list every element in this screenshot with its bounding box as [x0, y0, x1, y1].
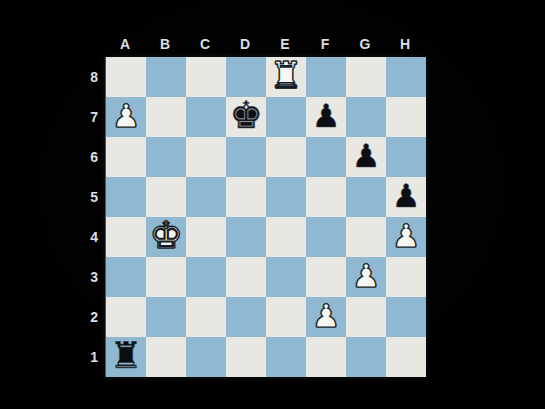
rank-label-2: 2 — [76, 297, 100, 337]
square-a2 — [106, 297, 146, 337]
square-d8 — [226, 57, 266, 97]
square-e7 — [266, 97, 306, 137]
square-f8 — [306, 57, 346, 97]
square-g3: ♟ — [346, 257, 386, 297]
square-g4 — [346, 217, 386, 257]
chess-board: ♜♟♚♟♟♟♚♟♟♟♜ — [105, 57, 426, 377]
rank-label-5: 5 — [76, 177, 100, 217]
square-c7 — [186, 97, 226, 137]
square-a4 — [106, 217, 146, 257]
square-c5 — [186, 177, 226, 217]
piece-white-pawn: ♟ — [352, 256, 381, 296]
square-b7 — [146, 97, 186, 137]
square-e2 — [266, 297, 306, 337]
square-d2 — [226, 297, 266, 337]
square-b8 — [146, 57, 186, 97]
rank-label-7: 7 — [76, 97, 100, 137]
piece-white-king: ♚ — [149, 216, 182, 256]
piece-white-pawn: ♟ — [312, 296, 341, 336]
piece-white-pawn: ♟ — [392, 216, 421, 256]
square-f2: ♟ — [306, 297, 346, 337]
square-c3 — [186, 257, 226, 297]
square-c8 — [186, 57, 226, 97]
file-label-e: E — [265, 34, 305, 54]
file-label-a: A — [105, 34, 145, 54]
square-d1 — [226, 337, 266, 377]
square-e4 — [266, 217, 306, 257]
square-h6 — [386, 137, 426, 177]
square-f3 — [306, 257, 346, 297]
rank-label-3: 3 — [76, 257, 100, 297]
piece-white-pawn: ♟ — [112, 96, 141, 136]
piece-black-rook: ♜ — [109, 336, 142, 376]
square-b6 — [146, 137, 186, 177]
file-label-f: F — [305, 34, 345, 54]
square-f4 — [306, 217, 346, 257]
square-g1 — [346, 337, 386, 377]
square-d4 — [226, 217, 266, 257]
file-label-h: H — [385, 34, 425, 54]
square-a5 — [106, 177, 146, 217]
rank-label-4: 4 — [76, 217, 100, 257]
square-g6: ♟ — [346, 137, 386, 177]
square-h2 — [386, 297, 426, 337]
square-a6 — [106, 137, 146, 177]
square-g7 — [346, 97, 386, 137]
piece-black-king: ♚ — [229, 96, 262, 136]
square-c6 — [186, 137, 226, 177]
square-a7: ♟ — [106, 97, 146, 137]
square-a8 — [106, 57, 146, 97]
square-e5 — [266, 177, 306, 217]
square-g8 — [346, 57, 386, 97]
square-c1 — [186, 337, 226, 377]
square-c4 — [186, 217, 226, 257]
square-a1: ♜ — [106, 337, 146, 377]
square-f1 — [306, 337, 346, 377]
square-f7: ♟ — [306, 97, 346, 137]
square-d6 — [226, 137, 266, 177]
square-b4: ♚ — [146, 217, 186, 257]
rank-label-6: 6 — [76, 137, 100, 177]
rank-label-1: 1 — [76, 337, 100, 377]
square-f5 — [306, 177, 346, 217]
square-b5 — [146, 177, 186, 217]
file-label-c: C — [185, 34, 225, 54]
square-b2 — [146, 297, 186, 337]
square-a3 — [106, 257, 146, 297]
square-d7: ♚ — [226, 97, 266, 137]
piece-black-pawn: ♟ — [312, 96, 341, 136]
square-h8 — [386, 57, 426, 97]
square-b3 — [146, 257, 186, 297]
square-h4: ♟ — [386, 217, 426, 257]
square-h1 — [386, 337, 426, 377]
video-frame: ABCDEFGH 87654321 ♜♟♚♟♟♟♚♟♟♟♜ — [0, 0, 545, 409]
square-e3 — [266, 257, 306, 297]
square-d5 — [226, 177, 266, 217]
square-d3 — [226, 257, 266, 297]
square-g5 — [346, 177, 386, 217]
piece-white-rook: ♜ — [269, 56, 302, 96]
square-e1 — [266, 337, 306, 377]
rank-label-8: 8 — [76, 57, 100, 97]
square-h7 — [386, 97, 426, 137]
square-b1 — [146, 337, 186, 377]
piece-black-pawn: ♟ — [392, 176, 421, 216]
square-h5: ♟ — [386, 177, 426, 217]
square-h3 — [386, 257, 426, 297]
file-labels: ABCDEFGH — [105, 34, 425, 54]
file-label-g: G — [345, 34, 385, 54]
square-e8: ♜ — [266, 57, 306, 97]
square-g2 — [346, 297, 386, 337]
rank-labels: 87654321 — [76, 57, 100, 377]
piece-black-pawn: ♟ — [352, 136, 381, 176]
square-e6 — [266, 137, 306, 177]
square-c2 — [186, 297, 226, 337]
square-f6 — [306, 137, 346, 177]
file-label-b: B — [145, 34, 185, 54]
file-label-d: D — [225, 34, 265, 54]
